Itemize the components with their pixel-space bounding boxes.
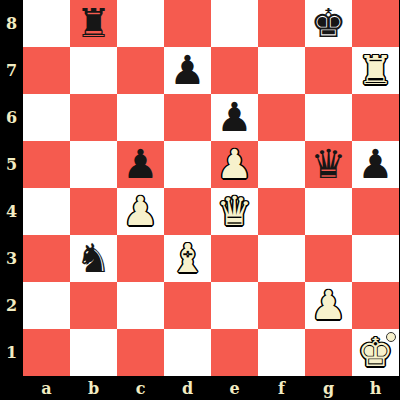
square-g5[interactable]: ♛ (305, 141, 352, 188)
file-labels: abcdefgh (23, 376, 399, 400)
square-b2[interactable] (70, 282, 117, 329)
square-a5[interactable] (23, 141, 70, 188)
square-c2[interactable] (117, 282, 164, 329)
black-pawn-icon[interactable]: ♟ (123, 141, 159, 188)
square-f3[interactable] (258, 235, 305, 282)
chess-board: ♜♚♟♜♟♟♟♛♟♟♛♞♝♟♚ (23, 0, 399, 376)
square-e3[interactable] (211, 235, 258, 282)
square-b3[interactable]: ♞ (70, 235, 117, 282)
white-pawn-icon[interactable]: ♟ (217, 141, 253, 188)
square-g1[interactable] (305, 329, 352, 376)
rank-label-4: 4 (0, 188, 23, 235)
square-f8[interactable] (258, 0, 305, 47)
square-a7[interactable] (23, 47, 70, 94)
square-e5[interactable]: ♟ (211, 141, 258, 188)
rank-labels: 87654321 (0, 0, 23, 376)
square-d5[interactable] (164, 141, 211, 188)
square-c3[interactable] (117, 235, 164, 282)
white-rook-icon[interactable]: ♜ (358, 47, 394, 94)
square-b8[interactable]: ♜ (70, 0, 117, 47)
square-e7[interactable] (211, 47, 258, 94)
white-bishop-icon[interactable]: ♝ (170, 235, 206, 282)
rank-label-5: 5 (0, 141, 23, 188)
square-h3[interactable] (352, 235, 399, 282)
square-c5[interactable]: ♟ (117, 141, 164, 188)
square-a3[interactable] (23, 235, 70, 282)
square-g6[interactable] (305, 94, 352, 141)
square-c7[interactable] (117, 47, 164, 94)
rank-label-8: 8 (0, 0, 23, 47)
square-g2[interactable]: ♟ (305, 282, 352, 329)
square-c6[interactable] (117, 94, 164, 141)
black-pawn-icon[interactable]: ♟ (358, 141, 394, 188)
square-e8[interactable] (211, 0, 258, 47)
file-label-g: g (305, 376, 352, 400)
square-g3[interactable] (305, 235, 352, 282)
square-d6[interactable] (164, 94, 211, 141)
square-f5[interactable] (258, 141, 305, 188)
square-h4[interactable] (352, 188, 399, 235)
square-a6[interactable] (23, 94, 70, 141)
square-c1[interactable] (117, 329, 164, 376)
square-f1[interactable] (258, 329, 305, 376)
square-e1[interactable] (211, 329, 258, 376)
square-b4[interactable] (70, 188, 117, 235)
square-d1[interactable] (164, 329, 211, 376)
square-a4[interactable] (23, 188, 70, 235)
white-to-move-indicator (386, 332, 396, 342)
square-f2[interactable] (258, 282, 305, 329)
black-rook-icon[interactable]: ♜ (76, 0, 112, 47)
white-pawn-icon[interactable]: ♟ (123, 188, 159, 235)
square-h5[interactable]: ♟ (352, 141, 399, 188)
black-king-icon[interactable]: ♚ (311, 0, 347, 47)
square-b5[interactable] (70, 141, 117, 188)
square-f4[interactable] (258, 188, 305, 235)
square-g4[interactable] (305, 188, 352, 235)
file-label-a: a (23, 376, 70, 400)
square-a8[interactable] (23, 0, 70, 47)
square-d2[interactable] (164, 282, 211, 329)
square-h1[interactable]: ♚ (352, 329, 399, 376)
square-h7[interactable]: ♜ (352, 47, 399, 94)
square-d8[interactable] (164, 0, 211, 47)
white-pawn-icon[interactable]: ♟ (311, 282, 347, 329)
black-pawn-icon[interactable]: ♟ (170, 47, 206, 94)
square-d4[interactable] (164, 188, 211, 235)
white-queen-icon[interactable]: ♛ (217, 188, 253, 235)
square-d3[interactable]: ♝ (164, 235, 211, 282)
square-h2[interactable] (352, 282, 399, 329)
rank-label-1: 1 (0, 329, 23, 376)
square-e4[interactable]: ♛ (211, 188, 258, 235)
black-pawn-icon[interactable]: ♟ (217, 94, 253, 141)
file-label-f: f (258, 376, 305, 400)
square-e2[interactable] (211, 282, 258, 329)
chess-board-screenshot: 87654321 ♜♚♟♜♟♟♟♛♟♟♛♞♝♟♚ abcdefgh (0, 0, 400, 400)
square-f6[interactable] (258, 94, 305, 141)
black-knight-icon[interactable]: ♞ (76, 235, 112, 282)
rank-label-2: 2 (0, 282, 23, 329)
file-label-b: b (70, 376, 117, 400)
square-b6[interactable] (70, 94, 117, 141)
rank-label-6: 6 (0, 94, 23, 141)
square-d7[interactable]: ♟ (164, 47, 211, 94)
square-a1[interactable] (23, 329, 70, 376)
file-label-c: c (117, 376, 164, 400)
square-b7[interactable] (70, 47, 117, 94)
square-a2[interactable] (23, 282, 70, 329)
square-c8[interactable] (117, 0, 164, 47)
file-label-d: d (164, 376, 211, 400)
square-h8[interactable] (352, 0, 399, 47)
square-e6[interactable]: ♟ (211, 94, 258, 141)
square-g8[interactable]: ♚ (305, 0, 352, 47)
square-f7[interactable] (258, 47, 305, 94)
square-g7[interactable] (305, 47, 352, 94)
black-queen-icon[interactable]: ♛ (311, 141, 347, 188)
file-label-e: e (211, 376, 258, 400)
rank-label-3: 3 (0, 235, 23, 282)
square-b1[interactable] (70, 329, 117, 376)
square-c4[interactable]: ♟ (117, 188, 164, 235)
rank-label-7: 7 (0, 47, 23, 94)
file-label-h: h (352, 376, 399, 400)
square-h6[interactable] (352, 94, 399, 141)
